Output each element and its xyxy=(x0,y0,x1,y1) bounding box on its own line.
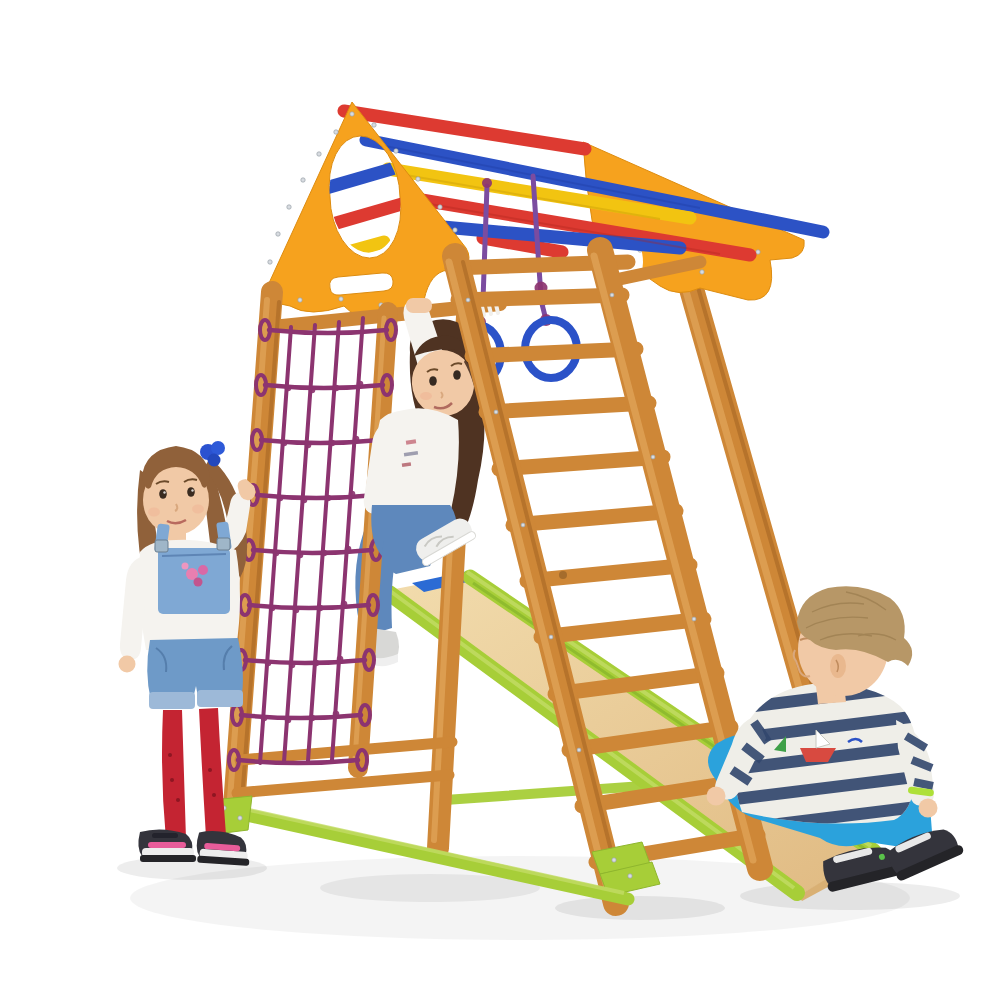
girl-standing-sneaker-right xyxy=(195,830,251,866)
boy-hand-right xyxy=(919,799,938,818)
girl-standing-leg-left xyxy=(162,710,186,840)
photo-canvas xyxy=(0,0,1000,1000)
girl-standing-sneaker-left xyxy=(138,829,196,862)
play-gym-photo xyxy=(0,0,1000,1000)
girl-standing-leg-right xyxy=(199,708,226,837)
girl-standing-hand-left xyxy=(119,656,136,673)
front-gable xyxy=(264,102,469,320)
bottom-rung-2 xyxy=(237,775,449,793)
wood-knot xyxy=(559,571,567,579)
girl-standing-arm-left xyxy=(120,556,148,660)
bottom-rung-1 xyxy=(240,742,452,760)
boy-hand-left xyxy=(707,787,726,806)
girl-climbing-hand xyxy=(406,298,432,313)
